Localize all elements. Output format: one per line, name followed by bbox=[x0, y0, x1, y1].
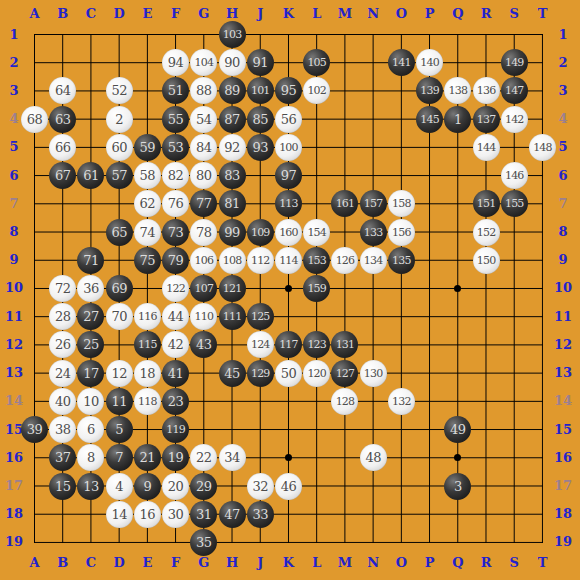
stone-move-number: 89 bbox=[224, 83, 240, 98]
stone-move-number: 125 bbox=[251, 310, 270, 323]
stone-move-number: 61 bbox=[83, 168, 99, 183]
stone-move-number: 24 bbox=[55, 366, 71, 381]
stone-R7[interactable]: 151 bbox=[473, 190, 500, 217]
stone-move-number: 5 bbox=[115, 422, 123, 437]
stone-move-number: 4 bbox=[115, 479, 123, 494]
coord-label: 19 bbox=[549, 532, 578, 552]
stone-B10[interactable]: 72 bbox=[49, 275, 76, 302]
stone-move-number: 140 bbox=[420, 56, 439, 69]
stone-H1[interactable]: 103 bbox=[219, 21, 246, 48]
stone-move-number: 87 bbox=[224, 112, 240, 127]
stone-F8[interactable]: 73 bbox=[162, 219, 189, 246]
stone-move-number: 112 bbox=[251, 254, 270, 267]
stone-H13[interactable]: 45 bbox=[219, 360, 246, 387]
coord-label: P bbox=[415, 553, 444, 573]
coord-label: B bbox=[48, 553, 77, 573]
stone-move-number: 159 bbox=[307, 282, 326, 295]
coord-label: 18 bbox=[549, 504, 578, 524]
stone-D8[interactable]: 65 bbox=[106, 219, 133, 246]
coord-label: 10 bbox=[549, 278, 578, 298]
coord-label: 14 bbox=[0, 391, 29, 411]
stone-move-number: 27 bbox=[83, 309, 99, 324]
stone-move-number: 45 bbox=[224, 366, 240, 381]
coord-label: 17 bbox=[549, 476, 578, 496]
coord-label: J bbox=[246, 4, 275, 24]
stone-J9[interactable]: 112 bbox=[247, 247, 274, 274]
stone-move-number: 64 bbox=[55, 83, 71, 98]
coord-label: C bbox=[76, 4, 105, 24]
stone-move-number: 23 bbox=[168, 394, 184, 409]
stone-move-number: 103 bbox=[223, 28, 242, 41]
coord-label: 11 bbox=[0, 307, 29, 327]
coord-label: E bbox=[133, 553, 162, 573]
stone-move-number: 35 bbox=[196, 535, 212, 550]
stone-move-number: 54 bbox=[196, 112, 212, 127]
stone-J3[interactable]: 101 bbox=[247, 77, 274, 104]
stone-H16[interactable]: 34 bbox=[219, 444, 246, 471]
stone-R5[interactable]: 144 bbox=[473, 134, 500, 161]
stone-move-number: 157 bbox=[364, 197, 383, 210]
stone-F14[interactable]: 23 bbox=[162, 388, 189, 415]
stone-move-number: 161 bbox=[336, 197, 355, 210]
coord-label: O bbox=[387, 553, 416, 573]
stone-J8[interactable]: 109 bbox=[247, 219, 274, 246]
coord-label: T bbox=[528, 4, 557, 24]
stone-H5[interactable]: 92 bbox=[219, 134, 246, 161]
stone-move-number: 115 bbox=[138, 338, 157, 351]
stone-move-number: 25 bbox=[83, 337, 99, 352]
stone-move-number: 38 bbox=[55, 422, 71, 437]
stone-move-number: 79 bbox=[168, 253, 184, 268]
stone-M9[interactable]: 126 bbox=[331, 247, 358, 274]
stone-move-number: 78 bbox=[196, 225, 212, 240]
stone-H6[interactable]: 83 bbox=[219, 162, 246, 189]
stone-move-number: 83 bbox=[224, 168, 240, 183]
stone-move-number: 63 bbox=[55, 112, 71, 127]
stone-D15[interactable]: 5 bbox=[106, 416, 133, 443]
stone-move-number: 22 bbox=[196, 450, 212, 465]
stone-move-number: 84 bbox=[196, 140, 212, 155]
stone-move-number: 131 bbox=[336, 338, 355, 351]
stone-B4[interactable]: 63 bbox=[49, 106, 76, 133]
coord-label: G bbox=[189, 4, 218, 24]
stone-move-number: 37 bbox=[55, 450, 71, 465]
stone-move-number: 73 bbox=[168, 225, 184, 240]
stone-move-number: 127 bbox=[336, 367, 355, 380]
stone-Q17[interactable]: 3 bbox=[444, 473, 471, 500]
coord-label: N bbox=[359, 4, 388, 24]
stone-L10[interactable]: 159 bbox=[303, 275, 330, 302]
coord-label: Q bbox=[443, 4, 472, 24]
stone-N7[interactable]: 157 bbox=[360, 190, 387, 217]
coord-label: 3 bbox=[549, 81, 578, 101]
stone-move-number: 128 bbox=[336, 395, 355, 408]
stone-F10[interactable]: 122 bbox=[162, 275, 189, 302]
stone-F18[interactable]: 30 bbox=[162, 501, 189, 528]
stone-S7[interactable]: 155 bbox=[501, 190, 528, 217]
stone-move-number: 19 bbox=[168, 450, 184, 465]
coord-label: 6 bbox=[549, 166, 578, 186]
stone-D6[interactable]: 57 bbox=[106, 162, 133, 189]
stone-move-number: 134 bbox=[364, 254, 383, 267]
coord-label: 3 bbox=[0, 81, 29, 101]
stone-J2[interactable]: 91 bbox=[247, 49, 274, 76]
stone-move-number: 120 bbox=[307, 367, 326, 380]
stone-move-number: 66 bbox=[55, 140, 71, 155]
stone-L9[interactable]: 153 bbox=[303, 247, 330, 274]
stone-H18[interactable]: 47 bbox=[219, 501, 246, 528]
stone-K4[interactable]: 56 bbox=[275, 106, 302, 133]
stone-K17[interactable]: 46 bbox=[275, 473, 302, 500]
stone-move-number: 133 bbox=[364, 226, 383, 239]
stone-move-number: 100 bbox=[279, 141, 298, 154]
coord-label: 1 bbox=[549, 25, 578, 45]
stone-S4[interactable]: 142 bbox=[501, 106, 528, 133]
stone-O7[interactable]: 158 bbox=[388, 190, 415, 217]
coord-label: K bbox=[274, 553, 303, 573]
stone-move-number: 26 bbox=[55, 337, 71, 352]
coord-label: T bbox=[528, 553, 557, 573]
stone-move-number: 56 bbox=[281, 112, 297, 127]
coord-label: 19 bbox=[0, 532, 29, 552]
stone-J18[interactable]: 33 bbox=[247, 501, 274, 528]
stone-move-number: 139 bbox=[420, 84, 439, 97]
coord-label: 13 bbox=[0, 363, 29, 383]
stone-move-number: 11 bbox=[111, 394, 127, 409]
stone-S3[interactable]: 147 bbox=[501, 77, 528, 104]
stone-D17[interactable]: 4 bbox=[106, 473, 133, 500]
stone-K5[interactable]: 100 bbox=[275, 134, 302, 161]
stone-move-number: 148 bbox=[533, 141, 552, 154]
stone-move-number: 18 bbox=[140, 366, 156, 381]
stone-B5[interactable]: 66 bbox=[49, 134, 76, 161]
coord-label: 2 bbox=[549, 53, 578, 73]
stone-G8[interactable]: 78 bbox=[190, 219, 217, 246]
coord-label: L bbox=[302, 4, 331, 24]
stone-move-number: 95 bbox=[281, 83, 297, 98]
stone-move-number: 154 bbox=[307, 226, 326, 239]
stone-move-number: 40 bbox=[55, 394, 71, 409]
stone-P4[interactable]: 145 bbox=[416, 106, 443, 133]
stone-move-number: 2 bbox=[115, 112, 123, 127]
coord-label: 17 bbox=[0, 476, 29, 496]
stone-H10[interactable]: 121 bbox=[219, 275, 246, 302]
stone-H9[interactable]: 108 bbox=[219, 247, 246, 274]
stone-move-number: 21 bbox=[140, 450, 156, 465]
stone-N9[interactable]: 134 bbox=[360, 247, 387, 274]
stone-move-number: 62 bbox=[140, 196, 156, 211]
coord-label: 12 bbox=[549, 335, 578, 355]
stone-B17[interactable]: 15 bbox=[49, 473, 76, 500]
coord-label: 8 bbox=[0, 222, 29, 242]
stone-move-number: 75 bbox=[140, 253, 156, 268]
stone-E5[interactable]: 59 bbox=[134, 134, 161, 161]
stone-D3[interactable]: 52 bbox=[106, 77, 133, 104]
stone-move-number: 13 bbox=[83, 479, 99, 494]
stone-D13[interactable]: 12 bbox=[106, 360, 133, 387]
stone-move-number: 105 bbox=[307, 56, 326, 69]
stone-move-number: 70 bbox=[111, 309, 127, 324]
coord-label: 9 bbox=[0, 250, 29, 270]
coord-label: 16 bbox=[549, 448, 578, 468]
stone-move-number: 9 bbox=[143, 479, 151, 494]
stone-D5[interactable]: 60 bbox=[106, 134, 133, 161]
stone-move-number: 137 bbox=[477, 113, 496, 126]
stone-N16[interactable]: 48 bbox=[360, 444, 387, 471]
stone-move-number: 144 bbox=[477, 141, 496, 154]
stone-G17[interactable]: 29 bbox=[190, 473, 217, 500]
stone-move-number: 110 bbox=[195, 310, 214, 323]
stone-S6[interactable]: 146 bbox=[501, 162, 528, 189]
stone-D10[interactable]: 69 bbox=[106, 275, 133, 302]
stone-K13[interactable]: 50 bbox=[275, 360, 302, 387]
stone-move-number: 92 bbox=[224, 140, 240, 155]
stone-move-number: 151 bbox=[477, 197, 496, 210]
stone-D18[interactable]: 14 bbox=[106, 501, 133, 528]
stone-move-number: 109 bbox=[251, 226, 270, 239]
coord-label: R bbox=[472, 553, 501, 573]
stone-move-number: 129 bbox=[251, 367, 270, 380]
stone-G5[interactable]: 84 bbox=[190, 134, 217, 161]
stone-O14[interactable]: 132 bbox=[388, 388, 415, 415]
stone-move-number: 81 bbox=[224, 196, 240, 211]
coord-label: J bbox=[246, 553, 275, 573]
coord-label: 2 bbox=[0, 53, 29, 73]
stone-C17[interactable]: 13 bbox=[77, 473, 104, 500]
stone-C13[interactable]: 17 bbox=[77, 360, 104, 387]
stone-move-number: 93 bbox=[252, 140, 268, 155]
stone-E9[interactable]: 75 bbox=[134, 247, 161, 274]
stone-move-number: 7 bbox=[115, 450, 123, 465]
stone-J17[interactable]: 32 bbox=[247, 473, 274, 500]
stone-move-number: 28 bbox=[55, 309, 71, 324]
stone-move-number: 149 bbox=[505, 56, 524, 69]
stone-move-number: 74 bbox=[140, 225, 156, 240]
stone-move-number: 51 bbox=[168, 83, 184, 98]
coord-label: M bbox=[330, 553, 359, 573]
stone-K9[interactable]: 114 bbox=[275, 247, 302, 274]
stone-H2[interactable]: 90 bbox=[219, 49, 246, 76]
coord-label: R bbox=[472, 4, 501, 24]
stone-move-number: 72 bbox=[55, 281, 71, 296]
stone-move-number: 153 bbox=[307, 254, 326, 267]
stone-move-number: 44 bbox=[168, 309, 184, 324]
stone-F4[interactable]: 55 bbox=[162, 106, 189, 133]
stone-G19[interactable]: 35 bbox=[190, 529, 217, 556]
stone-move-number: 49 bbox=[450, 422, 466, 437]
stone-move-number: 126 bbox=[336, 254, 355, 267]
stone-D16[interactable]: 7 bbox=[106, 444, 133, 471]
stone-E16[interactable]: 21 bbox=[134, 444, 161, 471]
stone-move-number: 156 bbox=[392, 226, 411, 239]
stone-move-number: 59 bbox=[140, 140, 156, 155]
stone-J11[interactable]: 125 bbox=[247, 303, 274, 330]
stone-move-number: 160 bbox=[279, 226, 298, 239]
stone-move-number: 10 bbox=[83, 394, 99, 409]
stone-G18[interactable]: 31 bbox=[190, 501, 217, 528]
stone-H4[interactable]: 87 bbox=[219, 106, 246, 133]
stone-J5[interactable]: 93 bbox=[247, 134, 274, 161]
coord-label: 13 bbox=[549, 363, 578, 383]
stone-move-number: 94 bbox=[168, 55, 184, 70]
stone-J4[interactable]: 85 bbox=[247, 106, 274, 133]
coord-label: 7 bbox=[549, 194, 578, 214]
stone-F5[interactable]: 53 bbox=[162, 134, 189, 161]
stone-move-number: 97 bbox=[281, 168, 297, 183]
star-point bbox=[285, 285, 292, 292]
coord-label: S bbox=[500, 553, 529, 573]
stone-H8[interactable]: 99 bbox=[219, 219, 246, 246]
stone-move-number: 119 bbox=[166, 423, 185, 436]
coord-label: 5 bbox=[0, 137, 29, 157]
stone-move-number: 58 bbox=[140, 168, 156, 183]
coord-label: 14 bbox=[549, 391, 578, 411]
stone-H11[interactable]: 111 bbox=[219, 303, 246, 330]
stone-move-number: 85 bbox=[252, 112, 268, 127]
stone-move-number: 57 bbox=[111, 168, 127, 183]
stone-move-number: 106 bbox=[195, 254, 214, 267]
stone-J13[interactable]: 129 bbox=[247, 360, 274, 387]
stone-move-number: 46 bbox=[281, 479, 297, 494]
stone-move-number: 42 bbox=[168, 337, 184, 352]
stone-B14[interactable]: 40 bbox=[49, 388, 76, 415]
stone-move-number: 101 bbox=[251, 84, 270, 97]
stone-move-number: 67 bbox=[55, 168, 71, 183]
stone-B13[interactable]: 24 bbox=[49, 360, 76, 387]
stone-O2[interactable]: 141 bbox=[388, 49, 415, 76]
coord-label: G bbox=[189, 553, 218, 573]
stone-move-number: 118 bbox=[138, 395, 157, 408]
stone-move-number: 113 bbox=[279, 197, 298, 210]
stone-move-number: 50 bbox=[281, 366, 297, 381]
coord-label: 18 bbox=[0, 504, 29, 524]
stone-move-number: 82 bbox=[168, 168, 184, 183]
stone-K6[interactable]: 97 bbox=[275, 162, 302, 189]
stone-J12[interactable]: 124 bbox=[247, 331, 274, 358]
coord-label: 15 bbox=[549, 420, 578, 440]
stone-move-number: 123 bbox=[307, 338, 326, 351]
coord-label: D bbox=[105, 4, 134, 24]
stone-D14[interactable]: 11 bbox=[106, 388, 133, 415]
stone-H7[interactable]: 81 bbox=[219, 190, 246, 217]
coord-label: E bbox=[133, 4, 162, 24]
stone-move-number: 29 bbox=[196, 479, 212, 494]
stone-D4[interactable]: 2 bbox=[106, 106, 133, 133]
stone-T5[interactable]: 148 bbox=[529, 134, 556, 161]
stone-move-number: 16 bbox=[140, 507, 156, 522]
stone-K8[interactable]: 160 bbox=[275, 219, 302, 246]
stone-move-number: 77 bbox=[196, 196, 212, 211]
stone-move-number: 146 bbox=[505, 169, 524, 182]
stone-M13[interactable]: 127 bbox=[331, 360, 358, 387]
stone-move-number: 130 bbox=[364, 367, 383, 380]
stone-move-number: 41 bbox=[168, 366, 184, 381]
stone-S2[interactable]: 149 bbox=[501, 49, 528, 76]
coord-label: 12 bbox=[0, 335, 29, 355]
stone-D11[interactable]: 70 bbox=[106, 303, 133, 330]
stone-R9[interactable]: 150 bbox=[473, 247, 500, 274]
coord-label: M bbox=[330, 4, 359, 24]
stone-move-number: 71 bbox=[83, 253, 99, 268]
stone-E11[interactable]: 116 bbox=[134, 303, 161, 330]
stone-E18[interactable]: 16 bbox=[134, 501, 161, 528]
stone-E6[interactable]: 58 bbox=[134, 162, 161, 189]
stone-move-number: 33 bbox=[252, 507, 268, 522]
stone-move-number: 91 bbox=[252, 55, 268, 70]
stone-O8[interactable]: 156 bbox=[388, 219, 415, 246]
stone-H3[interactable]: 89 bbox=[219, 77, 246, 104]
stone-N8[interactable]: 133 bbox=[360, 219, 387, 246]
stone-move-number: 6 bbox=[87, 422, 95, 437]
stone-O9[interactable]: 135 bbox=[388, 247, 415, 274]
stone-A15[interactable]: 39 bbox=[21, 416, 48, 443]
stone-move-number: 121 bbox=[223, 282, 242, 295]
stone-F13[interactable]: 41 bbox=[162, 360, 189, 387]
stone-move-number: 111 bbox=[223, 310, 242, 323]
coord-label: D bbox=[105, 553, 134, 573]
coord-label: L bbox=[302, 553, 331, 573]
stone-G9[interactable]: 106 bbox=[190, 247, 217, 274]
stone-E14[interactable]: 118 bbox=[134, 388, 161, 415]
stone-Q4[interactable]: 1 bbox=[444, 106, 471, 133]
stone-move-number: 31 bbox=[196, 507, 212, 522]
stone-F17[interactable]: 20 bbox=[162, 473, 189, 500]
stone-R8[interactable]: 152 bbox=[473, 219, 500, 246]
stone-move-number: 34 bbox=[224, 450, 240, 465]
stone-E17[interactable]: 9 bbox=[134, 473, 161, 500]
stone-move-number: 3 bbox=[454, 479, 462, 494]
coord-label: S bbox=[500, 4, 529, 24]
stone-move-number: 158 bbox=[392, 197, 411, 210]
stone-E7[interactable]: 62 bbox=[134, 190, 161, 217]
stone-move-number: 90 bbox=[224, 55, 240, 70]
stone-N13[interactable]: 130 bbox=[360, 360, 387, 387]
stone-R4[interactable]: 137 bbox=[473, 106, 500, 133]
coord-label: N bbox=[359, 553, 388, 573]
coord-label: P bbox=[415, 4, 444, 24]
stone-move-number: 53 bbox=[168, 140, 184, 155]
coord-label: B bbox=[48, 4, 77, 24]
stone-move-number: 141 bbox=[392, 56, 411, 69]
stone-L13[interactable]: 120 bbox=[303, 360, 330, 387]
stone-move-number: 30 bbox=[168, 507, 184, 522]
stone-L8[interactable]: 154 bbox=[303, 219, 330, 246]
go-board[interactable]: ABCDEFGHJKLMNOPQRST ABCDEFGHJKLMNOPQRST … bbox=[0, 0, 580, 580]
stone-move-number: 102 bbox=[307, 84, 326, 97]
stone-E8[interactable]: 74 bbox=[134, 219, 161, 246]
stone-move-number: 43 bbox=[196, 337, 212, 352]
coord-label: Q bbox=[443, 553, 472, 573]
stone-move-number: 48 bbox=[365, 450, 381, 465]
stone-E13[interactable]: 18 bbox=[134, 360, 161, 387]
stone-F9[interactable]: 79 bbox=[162, 247, 189, 274]
stone-R3[interactable]: 136 bbox=[473, 77, 500, 104]
coord-label: A bbox=[20, 4, 49, 24]
stone-move-number: 52 bbox=[111, 83, 127, 98]
coord-label: K bbox=[274, 4, 303, 24]
stone-move-number: 76 bbox=[168, 196, 184, 211]
stone-C9[interactable]: 71 bbox=[77, 247, 104, 274]
coord-label: F bbox=[161, 4, 190, 24]
coord-label: 11 bbox=[549, 307, 578, 327]
stone-move-number: 80 bbox=[196, 168, 212, 183]
stone-A4[interactable]: 68 bbox=[21, 106, 48, 133]
stone-move-number: 147 bbox=[505, 84, 524, 97]
stone-move-number: 124 bbox=[251, 338, 270, 351]
coord-label: 6 bbox=[0, 166, 29, 186]
stone-move-number: 60 bbox=[111, 140, 127, 155]
stone-G4[interactable]: 54 bbox=[190, 106, 217, 133]
